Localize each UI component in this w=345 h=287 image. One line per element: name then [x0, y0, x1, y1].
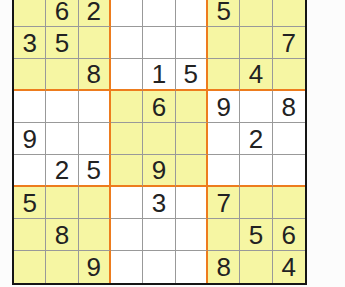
sudoku-cell-r3c8[interactable]: 4 [240, 59, 272, 91]
sudoku-cell-r8c2[interactable]: 8 [46, 219, 78, 251]
sudoku-cell-r8c6[interactable] [176, 219, 208, 251]
sudoku-cell-r2c6[interactable] [176, 27, 208, 59]
sudoku-cell-r5c5[interactable] [143, 123, 175, 155]
sudoku-cell-r7c2[interactable] [46, 187, 78, 219]
sudoku-cell-r7c4[interactable] [111, 187, 143, 219]
sudoku-cell-r2c9[interactable]: 7 [273, 27, 305, 59]
sudoku-cell-r1c6[interactable] [176, 0, 208, 27]
sudoku-cell-r3c1[interactable] [14, 59, 46, 91]
sudoku-cell-r6c9[interactable] [273, 155, 305, 187]
sudoku-cell-r4c7[interactable]: 9 [208, 91, 240, 123]
sudoku-cell-r7c6[interactable] [176, 187, 208, 219]
sudoku-cell-r5c2[interactable] [46, 123, 78, 155]
sudoku-cell-r1c8[interactable] [240, 0, 272, 27]
sudoku-cell-r7c9[interactable] [273, 187, 305, 219]
sudoku-cell-r7c5[interactable]: 3 [143, 187, 175, 219]
sudoku-cell-r5c1[interactable]: 9 [14, 123, 46, 155]
sudoku-cell-r1c2[interactable]: 6 [46, 0, 78, 27]
sudoku-cell-r2c4[interactable] [111, 27, 143, 59]
sudoku-cell-r6c5[interactable]: 9 [143, 155, 175, 187]
sudoku-cell-r8c1[interactable] [14, 219, 46, 251]
sudoku-cell-r7c1[interactable]: 5 [14, 187, 46, 219]
sudoku-cell-r3c3[interactable]: 8 [79, 59, 111, 91]
sudoku-board: 625357815469892259537856984 [12, 0, 307, 285]
sudoku-cell-r2c7[interactable] [208, 27, 240, 59]
sudoku-cell-r6c1[interactable] [14, 155, 46, 187]
sudoku-cell-r4c6[interactable] [176, 91, 208, 123]
sudoku-cell-r8c9[interactable]: 6 [273, 219, 305, 251]
sudoku-cell-r4c4[interactable] [111, 91, 143, 123]
sudoku-cell-r9c5[interactable] [143, 251, 175, 283]
sudoku-cell-r4c5[interactable]: 6 [143, 91, 175, 123]
sudoku-cell-r4c8[interactable] [240, 91, 272, 123]
sudoku-cell-r3c6[interactable]: 5 [176, 59, 208, 91]
sudoku-cell-r5c3[interactable] [79, 123, 111, 155]
sudoku-cell-r6c3[interactable]: 5 [79, 155, 111, 187]
sudoku-cell-r2c2[interactable]: 5 [46, 27, 78, 59]
sudoku-cell-r5c6[interactable] [176, 123, 208, 155]
sudoku-cell-r5c9[interactable] [273, 123, 305, 155]
sudoku-cell-r5c7[interactable] [208, 123, 240, 155]
sudoku-cell-r1c3[interactable]: 2 [79, 0, 111, 27]
sudoku-cell-r3c5[interactable]: 1 [143, 59, 175, 91]
sudoku-cell-r5c4[interactable] [111, 123, 143, 155]
sudoku-cell-r4c3[interactable] [79, 91, 111, 123]
sudoku-cell-r4c9[interactable]: 8 [273, 91, 305, 123]
sudoku-cell-r7c3[interactable] [79, 187, 111, 219]
sudoku-cell-r2c5[interactable] [143, 27, 175, 59]
sudoku-cell-r7c8[interactable] [240, 187, 272, 219]
sudoku-cell-r8c8[interactable]: 5 [240, 219, 272, 251]
sudoku-cell-r4c2[interactable] [46, 91, 78, 123]
sudoku-cell-r2c1[interactable]: 3 [14, 27, 46, 59]
sudoku-cell-r8c3[interactable] [79, 219, 111, 251]
sudoku-cell-r1c1[interactable] [14, 0, 46, 27]
sudoku-cell-r1c7[interactable]: 5 [208, 0, 240, 27]
sudoku-cell-r1c9[interactable] [273, 0, 305, 27]
sudoku-cell-r8c4[interactable] [111, 219, 143, 251]
sudoku-cell-r8c5[interactable] [143, 219, 175, 251]
sudoku-cell-r3c4[interactable] [111, 59, 143, 91]
sudoku-cell-r6c6[interactable] [176, 155, 208, 187]
sudoku-cell-r3c7[interactable] [208, 59, 240, 91]
sudoku-cell-r6c4[interactable] [111, 155, 143, 187]
sudoku-cell-r9c4[interactable] [111, 251, 143, 283]
sudoku-cell-r9c6[interactable] [176, 251, 208, 283]
sudoku-cell-r9c8[interactable] [240, 251, 272, 283]
sudoku-cell-r8c7[interactable] [208, 219, 240, 251]
sudoku-cell-r9c7[interactable]: 8 [208, 251, 240, 283]
sudoku-cell-r7c7[interactable]: 7 [208, 187, 240, 219]
sudoku-cell-r2c3[interactable] [79, 27, 111, 59]
sudoku-cell-r6c2[interactable]: 2 [46, 155, 78, 187]
sudoku-cell-r2c8[interactable] [240, 27, 272, 59]
sudoku-cell-r9c3[interactable]: 9 [79, 251, 111, 283]
sudoku-cell-r9c1[interactable] [14, 251, 46, 283]
sudoku-cell-r9c2[interactable] [46, 251, 78, 283]
sudoku-cell-r6c7[interactable] [208, 155, 240, 187]
sudoku-cell-r9c9[interactable]: 4 [273, 251, 305, 283]
sudoku-cell-r1c4[interactable] [111, 0, 143, 27]
sudoku-cell-r1c5[interactable] [143, 0, 175, 27]
sudoku-cell-r5c8[interactable]: 2 [240, 123, 272, 155]
sudoku-cell-r6c8[interactable] [240, 155, 272, 187]
sudoku-cell-r3c9[interactable] [273, 59, 305, 91]
sudoku-cell-r4c1[interactable] [14, 91, 46, 123]
sudoku-cell-r3c2[interactable] [46, 59, 78, 91]
